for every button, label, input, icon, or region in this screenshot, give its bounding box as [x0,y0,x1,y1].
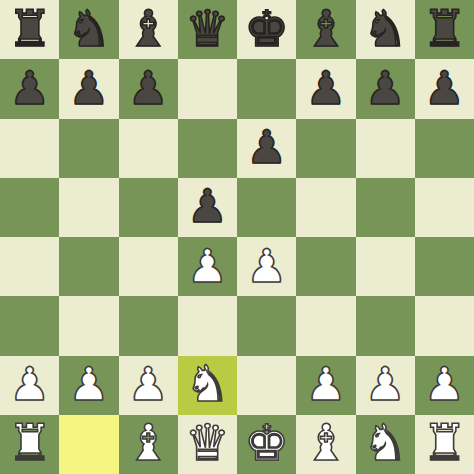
white-bishop[interactable]: ♝ [303,418,348,468]
square-b7[interactable]: ♟ [59,59,118,118]
square-e3[interactable] [237,296,296,355]
square-h3[interactable] [415,296,474,355]
square-h7[interactable]: ♟ [415,59,474,118]
square-f4[interactable] [296,237,355,296]
square-b2[interactable]: ♟ [59,356,118,415]
square-e1[interactable]: ♚ [237,415,296,474]
white-queen[interactable]: ♛ [185,418,230,468]
black-queen[interactable]: ♛ [185,4,230,54]
white-rook[interactable]: ♜ [422,418,467,468]
square-b4[interactable] [59,237,118,296]
square-e6[interactable]: ♟ [237,119,296,178]
white-knight[interactable]: ♞ [185,359,230,409]
square-d6[interactable] [178,119,237,178]
square-h8[interactable]: ♜ [415,0,474,59]
square-c7[interactable]: ♟ [119,59,178,118]
black-bishop[interactable]: ♝ [303,4,348,54]
square-g1[interactable]: ♞ [356,415,415,474]
square-c3[interactable] [119,296,178,355]
square-g6[interactable] [356,119,415,178]
square-c5[interactable] [119,178,178,237]
black-king[interactable]: ♚ [244,4,289,54]
square-f8[interactable]: ♝ [296,0,355,59]
white-king[interactable]: ♚ [244,418,289,468]
black-pawn[interactable]: ♟ [424,65,465,111]
white-knight[interactable]: ♞ [363,418,408,468]
square-g4[interactable] [356,237,415,296]
black-rook[interactable]: ♜ [422,4,467,54]
square-e8[interactable]: ♚ [237,0,296,59]
square-h5[interactable] [415,178,474,237]
square-c1[interactable]: ♝ [119,415,178,474]
chess-board: ♜♞♝♛♚♝♞♜♟♟♟♟♟♟♟♟♟♟♟♟♟♞♟♟♟♜♝♛♚♝♞♜ [0,0,474,474]
square-e2[interactable] [237,356,296,415]
square-g5[interactable] [356,178,415,237]
square-c2[interactable]: ♟ [119,356,178,415]
square-a7[interactable]: ♟ [0,59,59,118]
square-f3[interactable] [296,296,355,355]
square-b6[interactable] [59,119,118,178]
square-d4[interactable]: ♟ [178,237,237,296]
square-a1[interactable]: ♜ [0,415,59,474]
square-h2[interactable]: ♟ [415,356,474,415]
square-f2[interactable]: ♟ [296,356,355,415]
square-h1[interactable]: ♜ [415,415,474,474]
square-d8[interactable]: ♛ [178,0,237,59]
white-bishop[interactable]: ♝ [126,418,171,468]
black-bishop[interactable]: ♝ [126,4,171,54]
square-g3[interactable] [356,296,415,355]
black-knight[interactable]: ♞ [66,4,111,54]
square-e5[interactable] [237,178,296,237]
square-e7[interactable] [237,59,296,118]
black-pawn[interactable]: ♟ [246,124,287,170]
white-pawn[interactable]: ♟ [365,361,406,407]
white-rook[interactable]: ♜ [7,418,52,468]
black-pawn[interactable]: ♟ [68,65,109,111]
square-b5[interactable] [59,178,118,237]
square-b3[interactable] [59,296,118,355]
black-pawn[interactable]: ♟ [128,65,169,111]
black-pawn[interactable]: ♟ [365,65,406,111]
black-pawn[interactable]: ♟ [305,65,346,111]
square-f1[interactable]: ♝ [296,415,355,474]
square-a2[interactable]: ♟ [0,356,59,415]
square-a8[interactable]: ♜ [0,0,59,59]
square-d3[interactable] [178,296,237,355]
black-pawn[interactable]: ♟ [9,65,50,111]
square-d2[interactable]: ♞ [178,356,237,415]
square-h4[interactable] [415,237,474,296]
square-c8[interactable]: ♝ [119,0,178,59]
square-c6[interactable] [119,119,178,178]
black-knight[interactable]: ♞ [363,4,408,54]
square-d1[interactable]: ♛ [178,415,237,474]
square-c4[interactable] [119,237,178,296]
white-pawn[interactable]: ♟ [68,361,109,407]
square-f6[interactable] [296,119,355,178]
black-rook[interactable]: ♜ [7,4,52,54]
square-a5[interactable] [0,178,59,237]
square-e4[interactable]: ♟ [237,237,296,296]
white-pawn[interactable]: ♟ [246,243,287,289]
square-b1[interactable] [59,415,118,474]
square-d7[interactable] [178,59,237,118]
white-pawn[interactable]: ♟ [9,361,50,407]
black-pawn[interactable]: ♟ [187,183,228,229]
white-pawn[interactable]: ♟ [187,243,228,289]
white-pawn[interactable]: ♟ [128,361,169,407]
square-d5[interactable]: ♟ [178,178,237,237]
square-b8[interactable]: ♞ [59,0,118,59]
white-pawn[interactable]: ♟ [305,361,346,407]
square-a6[interactable] [0,119,59,178]
white-pawn[interactable]: ♟ [424,361,465,407]
square-g2[interactable]: ♟ [356,356,415,415]
square-g8[interactable]: ♞ [356,0,415,59]
square-h6[interactable] [415,119,474,178]
square-f7[interactable]: ♟ [296,59,355,118]
square-a3[interactable] [0,296,59,355]
square-f5[interactable] [296,178,355,237]
square-g7[interactable]: ♟ [356,59,415,118]
square-a4[interactable] [0,237,59,296]
